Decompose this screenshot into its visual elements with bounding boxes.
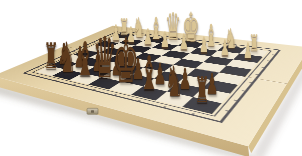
piece-black-rook: ♜ bbox=[194, 74, 209, 109]
piece-black-rook: ♜ bbox=[43, 39, 58, 74]
piece-white-pawn: ♟ bbox=[199, 34, 208, 56]
piece-white-pawn: ♟ bbox=[179, 32, 188, 54]
piece-white-pawn: ♟ bbox=[160, 29, 169, 51]
chess-set-photo: ♜♞♝♛♚♝♞♜♟♟♟♟♟♟♟♟♟♟♟♟♟♟♟♟♜♞♝♛♚♝♞♜ bbox=[0, 0, 302, 156]
piece-black-king: ♚ bbox=[113, 31, 139, 92]
piece-white-pawn: ♟ bbox=[220, 37, 229, 59]
piece-black-bishop: ♝ bbox=[139, 50, 159, 97]
piece-black-knight: ♞ bbox=[58, 37, 76, 79]
piece-white-pawn: ♟ bbox=[243, 40, 252, 62]
piece-black-knight: ♞ bbox=[165, 61, 183, 103]
pieces-layer: ♜♞♝♛♚♝♞♜♟♟♟♟♟♟♟♟♟♟♟♟♟♟♟♟♜♞♝♛♚♝♞♜ bbox=[0, 0, 302, 156]
